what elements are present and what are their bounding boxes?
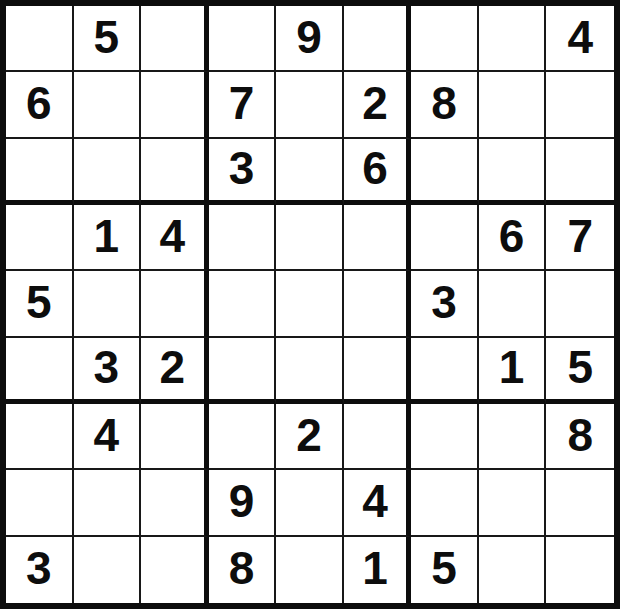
cell-r2c8[interactable] — [479, 72, 547, 138]
cell-r9c7[interactable]: 5 — [411, 537, 479, 603]
cell-r8c2[interactable] — [74, 470, 142, 536]
cell-r4c4[interactable] — [209, 205, 277, 271]
cell-r7c1[interactable] — [6, 404, 74, 470]
cell-r7c9[interactable]: 8 — [546, 404, 614, 470]
cell-r9c8[interactable] — [479, 537, 547, 603]
cell-r5c2[interactable] — [74, 271, 142, 337]
cell-r3c1[interactable] — [6, 139, 74, 205]
cell-r4c8[interactable]: 6 — [479, 205, 547, 271]
cell-r6c1[interactable] — [6, 338, 74, 404]
cell-r9c5[interactable] — [276, 537, 344, 603]
cell-r7c2[interactable]: 4 — [74, 404, 142, 470]
cell-r7c5[interactable]: 2 — [276, 404, 344, 470]
cell-r3c7[interactable] — [411, 139, 479, 205]
cell-r9c2[interactable] — [74, 537, 142, 603]
cell-r2c4[interactable]: 7 — [209, 72, 277, 138]
cell-r3c6[interactable]: 6 — [344, 139, 412, 205]
cell-r6c4[interactable] — [209, 338, 277, 404]
cell-r7c8[interactable] — [479, 404, 547, 470]
cell-r5c5[interactable] — [276, 271, 344, 337]
cell-r7c7[interactable] — [411, 404, 479, 470]
cell-r2c5[interactable] — [276, 72, 344, 138]
cell-r4c6[interactable] — [344, 205, 412, 271]
cell-r5c3[interactable] — [141, 271, 209, 337]
cell-r6c3[interactable]: 2 — [141, 338, 209, 404]
cell-r2c2[interactable] — [74, 72, 142, 138]
cell-r1c7[interactable] — [411, 6, 479, 72]
cell-r8c3[interactable] — [141, 470, 209, 536]
cell-r3c3[interactable] — [141, 139, 209, 205]
cell-r6c7[interactable] — [411, 338, 479, 404]
cell-r5c8[interactable] — [479, 271, 547, 337]
cell-r6c6[interactable] — [344, 338, 412, 404]
cell-r4c3[interactable]: 4 — [141, 205, 209, 271]
cell-r2c7[interactable]: 8 — [411, 72, 479, 138]
cell-r5c1[interactable]: 5 — [6, 271, 74, 337]
cell-r1c4[interactable] — [209, 6, 277, 72]
cell-r2c6[interactable]: 2 — [344, 72, 412, 138]
cell-r4c9[interactable]: 7 — [546, 205, 614, 271]
cell-r5c7[interactable]: 3 — [411, 271, 479, 337]
cell-r1c8[interactable] — [479, 6, 547, 72]
sudoku-board: 5946728361467533215428943815 — [0, 0, 620, 609]
cell-r4c1[interactable] — [6, 205, 74, 271]
cell-r4c5[interactable] — [276, 205, 344, 271]
cell-r8c8[interactable] — [479, 470, 547, 536]
cell-r5c9[interactable] — [546, 271, 614, 337]
cell-r1c3[interactable] — [141, 6, 209, 72]
cell-r8c4[interactable]: 9 — [209, 470, 277, 536]
cell-r2c9[interactable] — [546, 72, 614, 138]
cell-r9c1[interactable]: 3 — [6, 537, 74, 603]
cell-r7c6[interactable] — [344, 404, 412, 470]
cell-r8c5[interactable] — [276, 470, 344, 536]
cell-r4c7[interactable] — [411, 205, 479, 271]
cell-r7c3[interactable] — [141, 404, 209, 470]
cell-r2c1[interactable]: 6 — [6, 72, 74, 138]
cell-r1c9[interactable]: 4 — [546, 6, 614, 72]
cell-r5c6[interactable] — [344, 271, 412, 337]
cell-r9c3[interactable] — [141, 537, 209, 603]
cell-r1c2[interactable]: 5 — [74, 6, 142, 72]
cell-r8c1[interactable] — [6, 470, 74, 536]
cell-r1c5[interactable]: 9 — [276, 6, 344, 72]
cell-r7c4[interactable] — [209, 404, 277, 470]
cell-r2c3[interactable] — [141, 72, 209, 138]
cell-r8c7[interactable] — [411, 470, 479, 536]
cell-r6c5[interactable] — [276, 338, 344, 404]
cell-r3c8[interactable] — [479, 139, 547, 205]
cell-r6c8[interactable]: 1 — [479, 338, 547, 404]
cell-r3c9[interactable] — [546, 139, 614, 205]
cell-r1c6[interactable] — [344, 6, 412, 72]
cell-r6c9[interactable]: 5 — [546, 338, 614, 404]
cell-r5c4[interactable] — [209, 271, 277, 337]
cell-r8c6[interactable]: 4 — [344, 470, 412, 536]
cell-r1c1[interactable] — [6, 6, 74, 72]
cell-r9c6[interactable]: 1 — [344, 537, 412, 603]
cell-r4c2[interactable]: 1 — [74, 205, 142, 271]
cell-r9c9[interactable] — [546, 537, 614, 603]
sudoku-page: 5946728361467533215428943815 — [0, 0, 620, 609]
cell-r3c5[interactable] — [276, 139, 344, 205]
cell-r9c4[interactable]: 8 — [209, 537, 277, 603]
cell-r8c9[interactable] — [546, 470, 614, 536]
cell-r6c2[interactable]: 3 — [74, 338, 142, 404]
cell-r3c2[interactable] — [74, 139, 142, 205]
cell-r3c4[interactable]: 3 — [209, 139, 277, 205]
